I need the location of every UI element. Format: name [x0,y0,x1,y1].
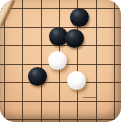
stones-layer [0,0,121,122]
black-stone [65,29,84,48]
black-stone [28,67,47,86]
gomoku-board-icon[interactable] [0,0,121,122]
white-stone [48,51,67,70]
white-stone [67,71,86,90]
black-stone [70,8,89,27]
screenshot-canvas [0,0,121,122]
